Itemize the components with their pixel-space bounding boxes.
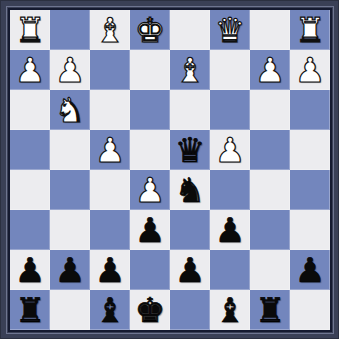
- square-d3[interactable]: [170, 90, 210, 130]
- black-pawn[interactable]: ♟: [55, 250, 85, 290]
- white-rook[interactable]: ♜: [295, 10, 325, 50]
- board-frame: ♜♝♚♛♜♟♟♝♟♟♞♟♛♟♟♞♟♟♟♟♟♟♟♜♝♚♝♜: [0, 0, 339, 339]
- square-b6[interactable]: [250, 210, 290, 250]
- square-d2[interactable]: ♝: [170, 50, 210, 90]
- square-f1[interactable]: ♝: [90, 10, 130, 50]
- black-rook[interactable]: ♜: [255, 290, 285, 330]
- white-pawn[interactable]: ♟: [255, 50, 285, 90]
- square-f3[interactable]: [90, 90, 130, 130]
- square-e1[interactable]: ♚: [130, 10, 170, 50]
- square-e5[interactable]: ♟: [130, 170, 170, 210]
- black-pawn[interactable]: ♟: [215, 210, 245, 250]
- black-rook[interactable]: ♜: [15, 290, 45, 330]
- black-pawn[interactable]: ♟: [295, 250, 325, 290]
- square-c5[interactable]: [210, 170, 250, 210]
- white-pawn[interactable]: ♟: [215, 130, 245, 170]
- white-knight[interactable]: ♞: [55, 90, 85, 130]
- square-f6[interactable]: [90, 210, 130, 250]
- square-a7[interactable]: ♟: [290, 250, 330, 290]
- square-g4[interactable]: [50, 130, 90, 170]
- black-pawn[interactable]: ♟: [95, 250, 125, 290]
- square-b4[interactable]: [250, 130, 290, 170]
- square-e2[interactable]: [130, 50, 170, 90]
- white-bishop[interactable]: ♝: [95, 10, 125, 50]
- square-b1[interactable]: [250, 10, 290, 50]
- square-b5[interactable]: [250, 170, 290, 210]
- square-c3[interactable]: [210, 90, 250, 130]
- square-d7[interactable]: ♟: [170, 250, 210, 290]
- square-c8[interactable]: ♝: [210, 290, 250, 330]
- square-d1[interactable]: [170, 10, 210, 50]
- chess-board: ♜♝♚♛♜♟♟♝♟♟♞♟♛♟♟♞♟♟♟♟♟♟♟♜♝♚♝♜: [10, 10, 330, 330]
- white-pawn[interactable]: ♟: [295, 50, 325, 90]
- square-h8[interactable]: ♜: [10, 290, 50, 330]
- square-b2[interactable]: ♟: [250, 50, 290, 90]
- black-queen[interactable]: ♛: [175, 130, 205, 170]
- square-a1[interactable]: ♜: [290, 10, 330, 50]
- square-e3[interactable]: [130, 90, 170, 130]
- square-a5[interactable]: [290, 170, 330, 210]
- square-g2[interactable]: ♟: [50, 50, 90, 90]
- square-g6[interactable]: [50, 210, 90, 250]
- square-b8[interactable]: ♜: [250, 290, 290, 330]
- black-bishop[interactable]: ♝: [215, 290, 245, 330]
- square-c1[interactable]: ♛: [210, 10, 250, 50]
- square-g1[interactable]: [50, 10, 90, 50]
- square-d4[interactable]: ♛: [170, 130, 210, 170]
- white-pawn[interactable]: ♟: [55, 50, 85, 90]
- square-h3[interactable]: [10, 90, 50, 130]
- black-pawn[interactable]: ♟: [15, 250, 45, 290]
- square-a3[interactable]: [290, 90, 330, 130]
- square-h5[interactable]: [10, 170, 50, 210]
- white-pawn[interactable]: ♟: [135, 170, 165, 210]
- white-queen[interactable]: ♛: [215, 10, 245, 50]
- square-d8[interactable]: [170, 290, 210, 330]
- square-g7[interactable]: ♟: [50, 250, 90, 290]
- white-rook[interactable]: ♜: [15, 10, 45, 50]
- square-f4[interactable]: ♟: [90, 130, 130, 170]
- square-d6[interactable]: [170, 210, 210, 250]
- square-f2[interactable]: [90, 50, 130, 90]
- square-c7[interactable]: [210, 250, 250, 290]
- square-h4[interactable]: [10, 130, 50, 170]
- square-e8[interactable]: ♚: [130, 290, 170, 330]
- square-c4[interactable]: ♟: [210, 130, 250, 170]
- square-h6[interactable]: [10, 210, 50, 250]
- white-pawn[interactable]: ♟: [95, 130, 125, 170]
- black-bishop[interactable]: ♝: [95, 290, 125, 330]
- square-g3[interactable]: ♞: [50, 90, 90, 130]
- black-pawn[interactable]: ♟: [175, 250, 205, 290]
- square-a8[interactable]: [290, 290, 330, 330]
- white-pawn[interactable]: ♟: [15, 50, 45, 90]
- black-knight[interactable]: ♞: [175, 170, 205, 210]
- square-d5[interactable]: ♞: [170, 170, 210, 210]
- square-c6[interactable]: ♟: [210, 210, 250, 250]
- square-f7[interactable]: ♟: [90, 250, 130, 290]
- square-f8[interactable]: ♝: [90, 290, 130, 330]
- square-g8[interactable]: [50, 290, 90, 330]
- square-b7[interactable]: [250, 250, 290, 290]
- black-pawn[interactable]: ♟: [135, 210, 165, 250]
- square-a2[interactable]: ♟: [290, 50, 330, 90]
- white-king[interactable]: ♚: [135, 10, 165, 50]
- square-g5[interactable]: [50, 170, 90, 210]
- square-e4[interactable]: [130, 130, 170, 170]
- white-bishop[interactable]: ♝: [175, 50, 205, 90]
- square-a4[interactable]: [290, 130, 330, 170]
- square-a6[interactable]: [290, 210, 330, 250]
- square-h2[interactable]: ♟: [10, 50, 50, 90]
- square-h7[interactable]: ♟: [10, 250, 50, 290]
- square-f5[interactable]: [90, 170, 130, 210]
- square-b3[interactable]: [250, 90, 290, 130]
- square-c2[interactable]: [210, 50, 250, 90]
- square-h1[interactable]: ♜: [10, 10, 50, 50]
- black-king[interactable]: ♚: [135, 290, 165, 330]
- square-e7[interactable]: [130, 250, 170, 290]
- square-e6[interactable]: ♟: [130, 210, 170, 250]
